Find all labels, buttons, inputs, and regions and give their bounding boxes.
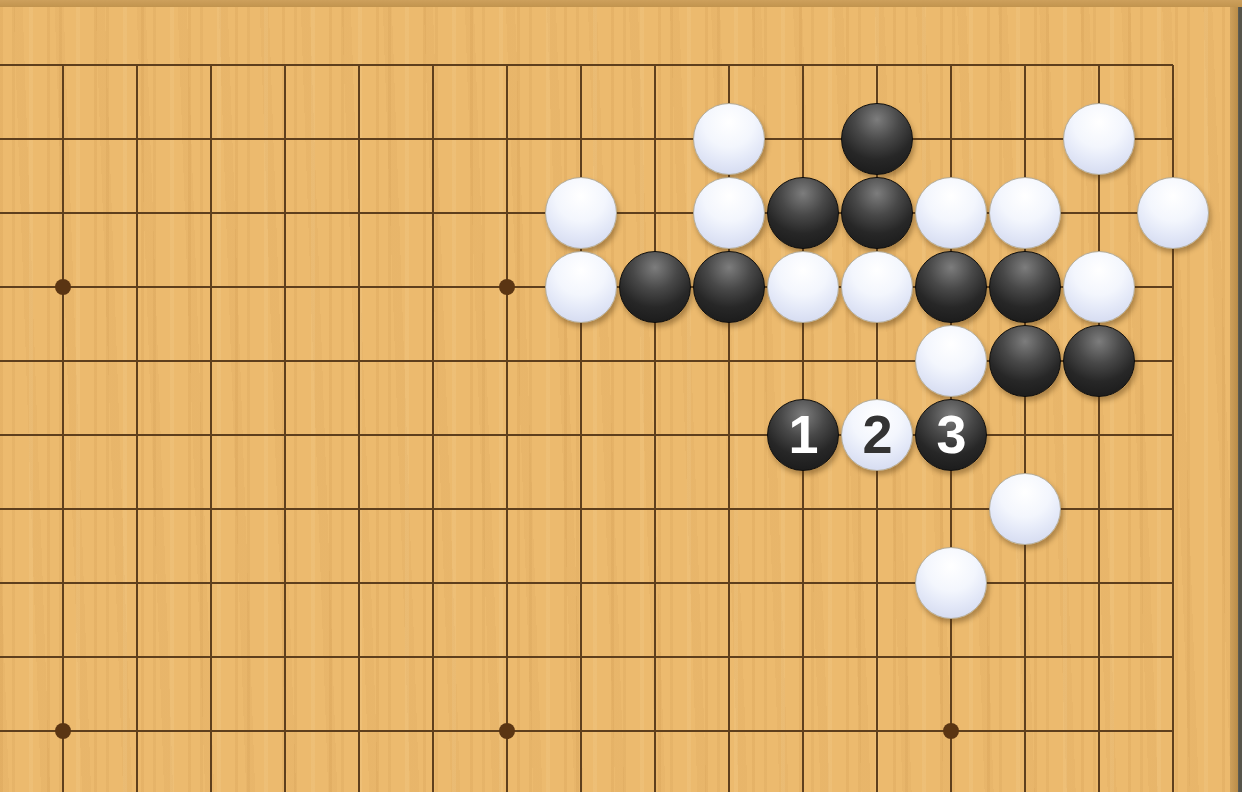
- intersection-G12[interactable]: [248, 546, 322, 620]
- white-stone-L17: [545, 177, 617, 249]
- grid-line-stub-bottom: [506, 768, 508, 792]
- intersection-Q11[interactable]: [914, 620, 988, 694]
- grid-line-stub-bottom: [62, 768, 64, 792]
- intersection-H16[interactable]: [322, 250, 396, 324]
- intersection-N12[interactable]: [692, 546, 766, 620]
- intersection-M11[interactable]: [618, 620, 692, 694]
- white-stone-Q17: [915, 177, 987, 249]
- intersection-P11[interactable]: [840, 620, 914, 694]
- intersection-N15[interactable]: [692, 324, 766, 398]
- intersection-H11[interactable]: [322, 620, 396, 694]
- intersection-R13[interactable]: [988, 472, 1062, 546]
- intersection-L16[interactable]: [544, 250, 618, 324]
- intersection-F12[interactable]: [174, 546, 248, 620]
- white-stone-P14: 2: [841, 399, 913, 471]
- intersection-E17[interactable]: [100, 176, 174, 250]
- intersection-H14[interactable]: [322, 398, 396, 472]
- go-board-screenshot: 123: [0, 0, 1242, 792]
- grid-line-stub-bottom: [1172, 768, 1174, 792]
- intersection-D13[interactable]: [26, 472, 100, 546]
- intersection-M13[interactable]: [618, 472, 692, 546]
- black-stone-P18: [841, 103, 913, 175]
- intersection-M17[interactable]: [618, 176, 692, 250]
- intersection-H18[interactable]: [322, 102, 396, 176]
- intersection-S15[interactable]: [1062, 324, 1136, 398]
- star-point-K16: [499, 279, 515, 295]
- intersection-G13[interactable]: [248, 472, 322, 546]
- intersection-G14[interactable]: [248, 398, 322, 472]
- intersection-T18[interactable]: [1136, 102, 1210, 176]
- black-stone-R15: [989, 325, 1061, 397]
- intersection-Q15[interactable]: [914, 324, 988, 398]
- intersection-H19[interactable]: [322, 28, 396, 102]
- grid-line-stub-left: [0, 508, 26, 510]
- intersection-L14[interactable]: [544, 398, 618, 472]
- intersection-L12[interactable]: [544, 546, 618, 620]
- intersection-H17[interactable]: [322, 176, 396, 250]
- intersection-O16[interactable]: [766, 250, 840, 324]
- intersection-Q17[interactable]: [914, 176, 988, 250]
- intersection-P15[interactable]: [840, 324, 914, 398]
- intersection-D15[interactable]: [26, 324, 100, 398]
- intersection-S18[interactable]: [1062, 102, 1136, 176]
- intersection-N10[interactable]: [692, 694, 766, 768]
- intersection-D11[interactable]: [26, 620, 100, 694]
- intersection-F11[interactable]: [174, 620, 248, 694]
- grid-line-stub-left: [0, 212, 26, 214]
- intersection-S19[interactable]: [1062, 28, 1136, 102]
- grid-line-stub-bottom: [802, 768, 804, 792]
- intersection-D17[interactable]: [26, 176, 100, 250]
- white-stone-N18: [693, 103, 765, 175]
- intersection-L13[interactable]: [544, 472, 618, 546]
- intersection-H12[interactable]: [322, 546, 396, 620]
- intersection-L15[interactable]: [544, 324, 618, 398]
- white-stone-S16: [1063, 251, 1135, 323]
- intersection-E18[interactable]: [100, 102, 174, 176]
- intersection-K17[interactable]: [470, 176, 544, 250]
- grid-line-stub-bottom: [728, 768, 730, 792]
- grid-line-stub-bottom: [136, 768, 138, 792]
- go-board-grid: 123: [26, 28, 1210, 768]
- star-point-Q10: [943, 723, 959, 739]
- intersection-R11[interactable]: [988, 620, 1062, 694]
- intersection-P18[interactable]: [840, 102, 914, 176]
- intersection-J16[interactable]: [396, 250, 470, 324]
- intersection-G16[interactable]: [248, 250, 322, 324]
- intersection-R19[interactable]: [988, 28, 1062, 102]
- intersection-S17[interactable]: [1062, 176, 1136, 250]
- intersection-E15[interactable]: [100, 324, 174, 398]
- intersection-R15[interactable]: [988, 324, 1062, 398]
- intersection-N19[interactable]: [692, 28, 766, 102]
- grid-line-stub-bottom: [950, 768, 952, 792]
- intersection-S13[interactable]: [1062, 472, 1136, 546]
- intersection-Q14[interactable]: 3: [914, 398, 988, 472]
- star-point-K10: [499, 723, 515, 739]
- board-right-edge: [1230, 7, 1238, 792]
- intersection-R17[interactable]: [988, 176, 1062, 250]
- intersection-O19[interactable]: [766, 28, 840, 102]
- intersection-T11[interactable]: [1136, 620, 1210, 694]
- intersection-S10[interactable]: [1062, 694, 1136, 768]
- intersection-T17[interactable]: [1136, 176, 1210, 250]
- intersection-T13[interactable]: [1136, 472, 1210, 546]
- intersection-Q12[interactable]: [914, 546, 988, 620]
- intersection-K19[interactable]: [470, 28, 544, 102]
- black-stone-Q14: 3: [915, 399, 987, 471]
- black-stone-O14: 1: [767, 399, 839, 471]
- grid-line-stub-bottom: [284, 768, 286, 792]
- intersection-G18[interactable]: [248, 102, 322, 176]
- black-stone-S15: [1063, 325, 1135, 397]
- intersection-N17[interactable]: [692, 176, 766, 250]
- grid-line-stub-left: [0, 434, 26, 436]
- intersection-E11[interactable]: [100, 620, 174, 694]
- intersection-F15[interactable]: [174, 324, 248, 398]
- grid-line-stub-bottom: [358, 768, 360, 792]
- black-stone-N16: [693, 251, 765, 323]
- intersection-S12[interactable]: [1062, 546, 1136, 620]
- intersection-D12[interactable]: [26, 546, 100, 620]
- intersection-K13[interactable]: [470, 472, 544, 546]
- intersection-L18[interactable]: [544, 102, 618, 176]
- intersection-P16[interactable]: [840, 250, 914, 324]
- intersection-M16[interactable]: [618, 250, 692, 324]
- intersection-D18[interactable]: [26, 102, 100, 176]
- intersection-E19[interactable]: [100, 28, 174, 102]
- intersection-R10[interactable]: [988, 694, 1062, 768]
- intersection-K11[interactable]: [470, 620, 544, 694]
- intersection-K18[interactable]: [470, 102, 544, 176]
- intersection-Q18[interactable]: [914, 102, 988, 176]
- white-stone-O16: [767, 251, 839, 323]
- intersection-T10[interactable]: [1136, 694, 1210, 768]
- grid-line-stub-left: [0, 286, 26, 288]
- intersection-N14[interactable]: [692, 398, 766, 472]
- intersection-Q16[interactable]: [914, 250, 988, 324]
- grid-line-stub-bottom: [1098, 768, 1100, 792]
- intersection-N13[interactable]: [692, 472, 766, 546]
- black-stone-Q16: [915, 251, 987, 323]
- intersection-S11[interactable]: [1062, 620, 1136, 694]
- intersection-J13[interactable]: [396, 472, 470, 546]
- intersection-M12[interactable]: [618, 546, 692, 620]
- intersection-S16[interactable]: [1062, 250, 1136, 324]
- intersection-J14[interactable]: [396, 398, 470, 472]
- intersection-P12[interactable]: [840, 546, 914, 620]
- grid-line-stub-bottom: [210, 768, 212, 792]
- intersection-T19[interactable]: [1136, 28, 1210, 102]
- intersection-N11[interactable]: [692, 620, 766, 694]
- intersection-G11[interactable]: [248, 620, 322, 694]
- intersection-R12[interactable]: [988, 546, 1062, 620]
- grid-line-stub-left: [0, 64, 26, 66]
- intersection-R16[interactable]: [988, 250, 1062, 324]
- intersection-M14[interactable]: [618, 398, 692, 472]
- intersection-D19[interactable]: [26, 28, 100, 102]
- intersection-O11[interactable]: [766, 620, 840, 694]
- white-stone-Q15: [915, 325, 987, 397]
- intersection-H10[interactable]: [322, 694, 396, 768]
- intersection-M15[interactable]: [618, 324, 692, 398]
- intersection-E13[interactable]: [100, 472, 174, 546]
- intersection-J17[interactable]: [396, 176, 470, 250]
- intersection-F14[interactable]: [174, 398, 248, 472]
- intersection-T16[interactable]: [1136, 250, 1210, 324]
- intersection-N16[interactable]: [692, 250, 766, 324]
- grid-line-stub-left: [0, 138, 26, 140]
- move-number: 1: [788, 407, 817, 463]
- intersection-J18[interactable]: [396, 102, 470, 176]
- intersection-E10[interactable]: [100, 694, 174, 768]
- intersection-S14[interactable]: [1062, 398, 1136, 472]
- move-number: 2: [862, 407, 891, 463]
- intersection-K12[interactable]: [470, 546, 544, 620]
- grid-line-stub-left: [0, 730, 26, 732]
- intersection-O18[interactable]: [766, 102, 840, 176]
- board-top-edge: [0, 0, 1242, 7]
- intersection-N18[interactable]: [692, 102, 766, 176]
- intersection-P17[interactable]: [840, 176, 914, 250]
- intersection-O15[interactable]: [766, 324, 840, 398]
- intersection-D14[interactable]: [26, 398, 100, 472]
- intersection-R18[interactable]: [988, 102, 1062, 176]
- intersection-O14[interactable]: 1: [766, 398, 840, 472]
- intersection-P14[interactable]: 2: [840, 398, 914, 472]
- intersection-G15[interactable]: [248, 324, 322, 398]
- intersection-Q13[interactable]: [914, 472, 988, 546]
- intersection-E14[interactable]: [100, 398, 174, 472]
- intersection-L11[interactable]: [544, 620, 618, 694]
- white-stone-R17: [989, 177, 1061, 249]
- intersection-F13[interactable]: [174, 472, 248, 546]
- intersection-E12[interactable]: [100, 546, 174, 620]
- intersection-Q19[interactable]: [914, 28, 988, 102]
- grid-line-stub-bottom: [580, 768, 582, 792]
- intersection-F19[interactable]: [174, 28, 248, 102]
- intersection-H13[interactable]: [322, 472, 396, 546]
- intersection-T12[interactable]: [1136, 546, 1210, 620]
- white-stone-S18: [1063, 103, 1135, 175]
- grid-line-stub-left: [0, 582, 26, 584]
- grid-line-stub-bottom: [432, 768, 434, 792]
- intersection-H15[interactable]: [322, 324, 396, 398]
- intersection-G10[interactable]: [248, 694, 322, 768]
- intersection-F16[interactable]: [174, 250, 248, 324]
- black-stone-P17: [841, 177, 913, 249]
- intersection-O10[interactable]: [766, 694, 840, 768]
- intersection-K15[interactable]: [470, 324, 544, 398]
- star-point-D10: [55, 723, 71, 739]
- intersection-P19[interactable]: [840, 28, 914, 102]
- black-stone-M16: [619, 251, 691, 323]
- white-stone-R13: [989, 473, 1061, 545]
- intersection-F18[interactable]: [174, 102, 248, 176]
- intersection-O13[interactable]: [766, 472, 840, 546]
- black-stone-O17: [767, 177, 839, 249]
- white-stone-N17: [693, 177, 765, 249]
- intersection-O12[interactable]: [766, 546, 840, 620]
- white-stone-L16: [545, 251, 617, 323]
- intersection-E16[interactable]: [100, 250, 174, 324]
- intersection-F17[interactable]: [174, 176, 248, 250]
- intersection-M18[interactable]: [618, 102, 692, 176]
- intersection-O17[interactable]: [766, 176, 840, 250]
- grid-line-stub-bottom: [654, 768, 656, 792]
- intersection-R14[interactable]: [988, 398, 1062, 472]
- intersection-L19[interactable]: [544, 28, 618, 102]
- intersection-M19[interactable]: [618, 28, 692, 102]
- intersection-P13[interactable]: [840, 472, 914, 546]
- intersection-J12[interactable]: [396, 546, 470, 620]
- intersection-M10[interactable]: [618, 694, 692, 768]
- white-stone-T17: [1137, 177, 1209, 249]
- white-stone-P16: [841, 251, 913, 323]
- intersection-L17[interactable]: [544, 176, 618, 250]
- intersection-J11[interactable]: [396, 620, 470, 694]
- intersection-J19[interactable]: [396, 28, 470, 102]
- intersection-J10[interactable]: [396, 694, 470, 768]
- grid-line-stub-left: [0, 360, 26, 362]
- intersection-L10[interactable]: [544, 694, 618, 768]
- grid-line-stub-bottom: [876, 768, 878, 792]
- intersection-K14[interactable]: [470, 398, 544, 472]
- move-number: 3: [936, 407, 965, 463]
- star-point-D16: [55, 279, 71, 295]
- intersection-T15[interactable]: [1136, 324, 1210, 398]
- grid-line-stub-bottom: [1024, 768, 1026, 792]
- grid-line-stub-left: [0, 656, 26, 658]
- intersection-F10[interactable]: [174, 694, 248, 768]
- intersection-P10[interactable]: [840, 694, 914, 768]
- intersection-G19[interactable]: [248, 28, 322, 102]
- intersection-J15[interactable]: [396, 324, 470, 398]
- black-stone-R16: [989, 251, 1061, 323]
- intersection-G17[interactable]: [248, 176, 322, 250]
- intersection-T14[interactable]: [1136, 398, 1210, 472]
- white-stone-Q12: [915, 547, 987, 619]
